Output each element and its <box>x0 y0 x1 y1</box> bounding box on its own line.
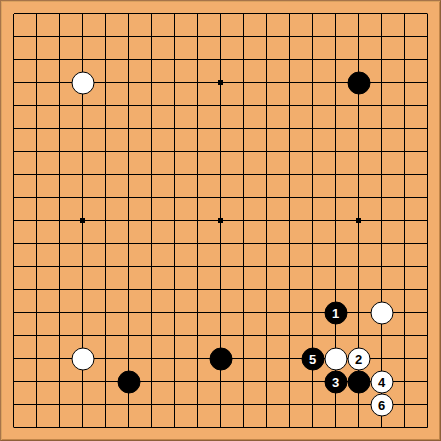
board-intersection <box>416 255 439 278</box>
board-intersection <box>117 393 140 416</box>
board-intersection <box>278 232 301 255</box>
board-intersection <box>209 140 232 163</box>
board-intersection <box>232 94 255 117</box>
star-point <box>347 209 370 232</box>
board-intersection <box>94 370 117 393</box>
board-intersection <box>324 25 347 48</box>
board-intersection <box>416 48 439 71</box>
board-intersection <box>117 255 140 278</box>
board-intersection <box>209 232 232 255</box>
board-intersection <box>416 278 439 301</box>
board-intersection <box>301 324 324 347</box>
board-intersection <box>393 186 416 209</box>
board-intersection <box>393 48 416 71</box>
board-intersection <box>393 347 416 370</box>
board-intersection <box>278 370 301 393</box>
board-intersection <box>278 278 301 301</box>
board-intersection <box>393 94 416 117</box>
board-intersection <box>25 209 48 232</box>
board-intersection <box>278 117 301 140</box>
board-intersection <box>163 393 186 416</box>
board-intersection <box>347 393 370 416</box>
board-intersection <box>71 94 94 117</box>
board-intersection <box>416 370 439 393</box>
board-intersection <box>370 209 393 232</box>
board-intersection <box>255 324 278 347</box>
board-intersection <box>324 117 347 140</box>
board-intersection <box>347 25 370 48</box>
board-intersection <box>25 117 48 140</box>
board-intersection <box>25 370 48 393</box>
board-intersection <box>324 48 347 71</box>
board-intersection <box>347 140 370 163</box>
board-intersection <box>94 163 117 186</box>
board-intersection <box>278 186 301 209</box>
board-intersection <box>140 163 163 186</box>
board-intersection <box>393 209 416 232</box>
board-intersection <box>117 163 140 186</box>
board-intersection <box>140 301 163 324</box>
board-intersection <box>416 117 439 140</box>
board-intersection <box>117 347 140 370</box>
board-intersection <box>370 255 393 278</box>
go-stone-white-move-6: 6 <box>370 393 393 416</box>
board-intersection <box>209 324 232 347</box>
board-intersection <box>347 324 370 347</box>
board-intersection <box>48 2 71 25</box>
board-intersection <box>416 2 439 25</box>
board-intersection <box>209 393 232 416</box>
board-intersection <box>370 186 393 209</box>
board-intersection <box>416 324 439 347</box>
go-stone-white-move-4: 4 <box>370 370 393 393</box>
go-stone-black <box>117 370 140 393</box>
board-intersection <box>416 347 439 370</box>
board-intersection <box>278 393 301 416</box>
board-intersection <box>140 48 163 71</box>
board-intersection <box>232 2 255 25</box>
board-intersection <box>324 2 347 25</box>
board-intersection <box>301 117 324 140</box>
board-intersection <box>163 71 186 94</box>
board-intersection <box>2 163 25 186</box>
board-intersection <box>2 2 25 25</box>
board-intersection <box>186 324 209 347</box>
board-intersection <box>186 117 209 140</box>
board-intersection <box>324 324 347 347</box>
board-intersection <box>232 117 255 140</box>
board-intersection <box>71 370 94 393</box>
go-stone-white-move-2: 2 <box>347 347 370 370</box>
board-intersection <box>163 186 186 209</box>
board-intersection <box>209 25 232 48</box>
board-intersection <box>301 301 324 324</box>
go-stone-white <box>71 347 94 370</box>
board-intersection <box>232 416 255 439</box>
board-intersection <box>232 209 255 232</box>
board-intersection <box>255 255 278 278</box>
board-intersection <box>416 232 439 255</box>
board-intersection <box>416 186 439 209</box>
board-intersection <box>393 324 416 347</box>
go-stone-black <box>347 370 370 393</box>
board-intersection <box>278 71 301 94</box>
board-intersection <box>140 393 163 416</box>
board-intersection <box>163 163 186 186</box>
board-intersection <box>416 393 439 416</box>
board-intersection <box>393 255 416 278</box>
board-intersection <box>301 140 324 163</box>
board-intersection <box>324 347 347 370</box>
board-intersection <box>347 163 370 186</box>
board-intersection <box>140 94 163 117</box>
board-intersection <box>71 186 94 209</box>
board-intersection <box>186 347 209 370</box>
board-intersection <box>117 232 140 255</box>
board-intersection <box>209 48 232 71</box>
board-intersection <box>232 232 255 255</box>
board-intersection <box>393 140 416 163</box>
board-intersection <box>2 255 25 278</box>
board-intersection <box>25 2 48 25</box>
board-intersection <box>140 117 163 140</box>
board-intersection <box>25 48 48 71</box>
board-intersection <box>416 416 439 439</box>
board-intersection <box>140 232 163 255</box>
board-intersection <box>301 278 324 301</box>
board-intersection <box>278 416 301 439</box>
board-intersection <box>163 48 186 71</box>
board-intersection <box>140 255 163 278</box>
board-intersection <box>232 347 255 370</box>
board-intersection <box>2 117 25 140</box>
board-intersection <box>301 393 324 416</box>
board-intersection <box>94 25 117 48</box>
board-intersection <box>255 393 278 416</box>
board-intersection <box>48 163 71 186</box>
board-intersection <box>2 301 25 324</box>
board-intersection <box>163 324 186 347</box>
board-intersection <box>278 255 301 278</box>
board-intersection <box>117 416 140 439</box>
board-intersection <box>301 94 324 117</box>
board-intersection <box>232 324 255 347</box>
board-intersection <box>71 393 94 416</box>
board-intersection <box>71 301 94 324</box>
board-intersection <box>25 324 48 347</box>
board-intersection <box>71 140 94 163</box>
board-intersection <box>163 25 186 48</box>
board-intersection <box>186 278 209 301</box>
board-intersection <box>209 255 232 278</box>
board-intersection <box>2 370 25 393</box>
board-intersection <box>255 25 278 48</box>
board-intersection <box>163 232 186 255</box>
board-intersection <box>209 278 232 301</box>
board-intersection <box>324 416 347 439</box>
board-intersection <box>393 416 416 439</box>
board-intersection <box>232 301 255 324</box>
board-intersection <box>48 117 71 140</box>
board-intersection <box>324 278 347 301</box>
board-intersection: 1 <box>324 301 347 324</box>
board-intersection <box>324 163 347 186</box>
board-intersection <box>301 232 324 255</box>
go-stone-black-move-5: 5 <box>301 347 324 370</box>
board-intersection <box>2 71 25 94</box>
board-intersection <box>186 393 209 416</box>
board-intersection <box>117 71 140 94</box>
board-intersection <box>48 416 71 439</box>
board-intersection <box>25 278 48 301</box>
board-intersection <box>2 278 25 301</box>
board-intersection <box>163 301 186 324</box>
board-intersection <box>163 140 186 163</box>
board-intersection <box>416 209 439 232</box>
board-intersection <box>186 186 209 209</box>
board-intersection <box>209 117 232 140</box>
board-intersection <box>278 2 301 25</box>
board-intersection <box>48 209 71 232</box>
board-intersection <box>186 255 209 278</box>
go-stone-white <box>71 71 94 94</box>
board-intersection <box>301 25 324 48</box>
board-intersection <box>301 370 324 393</box>
board-intersection <box>25 140 48 163</box>
board-intersection <box>71 2 94 25</box>
board-intersection <box>94 117 117 140</box>
board-intersection <box>94 255 117 278</box>
board-intersection <box>209 370 232 393</box>
board-intersection <box>186 416 209 439</box>
board-intersection <box>117 94 140 117</box>
board-intersection <box>25 393 48 416</box>
board-intersection <box>2 324 25 347</box>
board-intersection <box>25 163 48 186</box>
go-stone-white <box>324 347 347 370</box>
board-intersection <box>255 301 278 324</box>
board-intersection <box>255 117 278 140</box>
go-stone-black <box>209 347 232 370</box>
board-intersection <box>370 232 393 255</box>
board-intersection <box>255 278 278 301</box>
board-intersection <box>25 347 48 370</box>
board-intersection <box>232 393 255 416</box>
go-stone-black-move-3: 3 <box>324 370 347 393</box>
board-intersection <box>370 71 393 94</box>
go-board: 152346 <box>0 0 441 441</box>
star-point <box>209 347 232 370</box>
board-intersection <box>347 186 370 209</box>
board-intersection <box>2 416 25 439</box>
board-intersection <box>2 48 25 71</box>
board-intersection <box>186 140 209 163</box>
board-intersection <box>393 232 416 255</box>
board-intersection <box>301 186 324 209</box>
board-intersection <box>347 416 370 439</box>
board-intersection <box>393 117 416 140</box>
board-intersection <box>416 301 439 324</box>
board-intersection <box>324 393 347 416</box>
board-intersection <box>232 278 255 301</box>
star-point <box>71 209 94 232</box>
board-intersection <box>25 186 48 209</box>
board-intersection <box>278 347 301 370</box>
board-intersection <box>71 117 94 140</box>
board-intersection <box>278 48 301 71</box>
board-intersection: 5 <box>301 347 324 370</box>
board-intersection <box>163 255 186 278</box>
board-intersection <box>278 140 301 163</box>
go-stone-white <box>370 301 393 324</box>
board-intersection <box>393 71 416 94</box>
star-point <box>209 209 232 232</box>
board-intersection <box>94 416 117 439</box>
board-intersection <box>140 416 163 439</box>
board-intersection <box>209 2 232 25</box>
board-intersection <box>301 48 324 71</box>
board-intersection <box>48 347 71 370</box>
board-intersection <box>232 25 255 48</box>
board-intersection <box>94 393 117 416</box>
board-intersection <box>71 278 94 301</box>
board-intersection <box>209 94 232 117</box>
board-intersection <box>94 347 117 370</box>
board-intersection <box>71 255 94 278</box>
board-intersection: 4 <box>370 370 393 393</box>
board-intersection <box>324 209 347 232</box>
board-intersection <box>2 347 25 370</box>
board-intersection <box>255 232 278 255</box>
board-intersection <box>278 209 301 232</box>
board-intersection <box>48 324 71 347</box>
board-intersection <box>416 94 439 117</box>
board-intersection <box>347 48 370 71</box>
board-intersection <box>347 370 370 393</box>
board-intersection <box>163 117 186 140</box>
board-intersection <box>209 416 232 439</box>
board-intersection <box>186 94 209 117</box>
board-intersection <box>255 370 278 393</box>
board-intersection <box>370 2 393 25</box>
board-intersection <box>94 48 117 71</box>
board-intersection <box>255 209 278 232</box>
board-intersection <box>278 163 301 186</box>
board-intersection <box>347 2 370 25</box>
board-intersection <box>232 48 255 71</box>
board-intersection <box>255 163 278 186</box>
board-intersection <box>2 232 25 255</box>
board-intersection <box>163 209 186 232</box>
board-intersection <box>25 416 48 439</box>
board-intersection <box>301 416 324 439</box>
board-intersection <box>370 324 393 347</box>
board-intersection <box>25 25 48 48</box>
board-intersection <box>232 186 255 209</box>
go-stone-black <box>347 71 370 94</box>
board-intersection <box>94 71 117 94</box>
board-intersection <box>324 186 347 209</box>
board-intersection <box>393 393 416 416</box>
board-intersection <box>71 163 94 186</box>
star-point <box>209 71 232 94</box>
board-intersection <box>301 71 324 94</box>
board-intersection <box>117 278 140 301</box>
board-intersection <box>186 25 209 48</box>
board-intersection <box>255 2 278 25</box>
board-intersection <box>94 140 117 163</box>
board-intersection <box>117 2 140 25</box>
board-intersection <box>71 48 94 71</box>
star-point <box>347 71 370 94</box>
board-intersection <box>163 94 186 117</box>
board-intersection <box>25 232 48 255</box>
board-intersection <box>255 416 278 439</box>
board-intersection <box>163 416 186 439</box>
board-intersection <box>370 416 393 439</box>
board-intersection <box>278 94 301 117</box>
board-intersection <box>186 163 209 186</box>
board-intersection <box>370 117 393 140</box>
board-intersection <box>140 186 163 209</box>
board-intersection <box>255 48 278 71</box>
board-intersection <box>71 324 94 347</box>
board-intersection <box>393 370 416 393</box>
board-intersection <box>48 255 71 278</box>
board-intersection <box>370 278 393 301</box>
board-intersection <box>393 301 416 324</box>
board-intersection <box>94 2 117 25</box>
board-intersection <box>94 278 117 301</box>
board-intersection <box>117 186 140 209</box>
board-intersection <box>347 278 370 301</box>
board-intersection <box>94 301 117 324</box>
board-intersection <box>117 140 140 163</box>
board-intersection <box>25 255 48 278</box>
board-intersection <box>416 163 439 186</box>
board-intersection <box>48 186 71 209</box>
board-intersection <box>140 2 163 25</box>
board-intersection <box>301 163 324 186</box>
board-intersection <box>117 209 140 232</box>
board-intersection <box>232 71 255 94</box>
board-intersection <box>140 324 163 347</box>
board-intersection <box>324 140 347 163</box>
board-intersection <box>48 140 71 163</box>
board-intersection <box>48 370 71 393</box>
board-intersection <box>370 347 393 370</box>
board-intersection <box>25 301 48 324</box>
board-intersection <box>140 370 163 393</box>
board-intersection <box>163 370 186 393</box>
board-intersection <box>324 232 347 255</box>
board-intersection <box>255 94 278 117</box>
board-intersection <box>232 370 255 393</box>
board-intersection <box>186 232 209 255</box>
board-intersection <box>186 2 209 25</box>
board-intersection <box>209 186 232 209</box>
board-intersection <box>117 48 140 71</box>
board-intersection <box>117 301 140 324</box>
board-intersection <box>2 94 25 117</box>
board-intersection <box>2 393 25 416</box>
board-intersection <box>163 278 186 301</box>
board-intersection <box>94 94 117 117</box>
board-intersection <box>301 209 324 232</box>
board-intersection <box>324 71 347 94</box>
board-intersection <box>370 301 393 324</box>
board-intersection <box>278 324 301 347</box>
